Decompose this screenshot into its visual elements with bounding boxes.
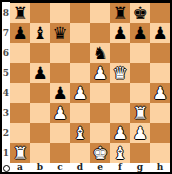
square-d1[interactable] xyxy=(70,143,90,163)
square-f5[interactable]: ♛ xyxy=(110,63,130,83)
square-d7[interactable] xyxy=(70,23,90,43)
square-g6[interactable] xyxy=(130,43,150,63)
file-label-e: e xyxy=(90,163,110,172)
file-labels: abcdefgh xyxy=(10,163,170,172)
square-c1[interactable] xyxy=(50,143,70,163)
piece-white-pawn[interactable]: ♟ xyxy=(92,63,107,83)
square-g7[interactable]: ♟ xyxy=(130,23,150,43)
square-c7[interactable]: ♛ xyxy=(50,23,70,43)
square-a6[interactable] xyxy=(10,43,30,63)
square-b4[interactable] xyxy=(30,83,50,103)
piece-white-rook[interactable]: ♜ xyxy=(12,143,27,163)
square-g5[interactable] xyxy=(130,63,150,83)
square-e1[interactable]: ♚ xyxy=(90,143,110,163)
square-g8[interactable]: ♚ xyxy=(130,3,150,23)
rank-label-1: 1 xyxy=(2,143,10,163)
square-d6[interactable] xyxy=(70,43,90,63)
square-f2[interactable]: ♟ xyxy=(110,123,130,143)
square-h5[interactable] xyxy=(150,63,170,83)
square-b3[interactable] xyxy=(30,103,50,123)
piece-white-pawn[interactable]: ♟ xyxy=(152,83,167,103)
piece-black-king[interactable]: ♚ xyxy=(132,3,147,23)
square-e8[interactable] xyxy=(90,3,110,23)
square-b5[interactable]: ♟ xyxy=(30,63,50,83)
rank-label-4: 4 xyxy=(2,83,10,103)
piece-black-pawn[interactable]: ♟ xyxy=(52,83,67,103)
rank-label-3: 3 xyxy=(2,103,10,123)
square-f6[interactable] xyxy=(110,43,130,63)
piece-white-queen[interactable]: ♛ xyxy=(112,63,127,83)
square-g1[interactable] xyxy=(130,143,150,163)
piece-white-king[interactable]: ♚ xyxy=(92,143,107,163)
piece-white-pawn[interactable]: ♟ xyxy=(52,103,67,123)
square-e3[interactable] xyxy=(90,103,110,123)
file-label-a: a xyxy=(10,163,30,172)
square-f4[interactable] xyxy=(110,83,130,103)
square-d8[interactable] xyxy=(70,3,90,23)
rank-label-6: 6 xyxy=(2,43,10,63)
square-b1[interactable] xyxy=(30,143,50,163)
square-b2[interactable] xyxy=(30,123,50,143)
square-h8[interactable] xyxy=(150,3,170,23)
piece-black-pawn[interactable]: ♟ xyxy=(12,23,27,43)
square-b7[interactable]: ♝ xyxy=(30,23,50,43)
file-label-g: g xyxy=(130,163,150,172)
square-h6[interactable] xyxy=(150,43,170,63)
square-d3[interactable] xyxy=(70,103,90,123)
file-label-h: h xyxy=(150,163,170,172)
square-c3[interactable]: ♟ xyxy=(50,103,70,123)
square-f7[interactable]: ♟ xyxy=(110,23,130,43)
square-c8[interactable] xyxy=(50,3,70,23)
square-c2[interactable] xyxy=(50,123,70,143)
square-a5[interactable] xyxy=(10,63,30,83)
piece-white-pawn[interactable]: ♟ xyxy=(72,83,87,103)
rank-label-7: 7 xyxy=(2,23,10,43)
file-label-f: f xyxy=(110,163,130,172)
square-g2[interactable]: ♟ xyxy=(130,123,150,143)
square-a1[interactable]: ♜ xyxy=(10,143,30,163)
square-d2[interactable]: ♝ xyxy=(70,123,90,143)
file-label-d: d xyxy=(70,163,90,172)
rank-label-2: 2 xyxy=(2,123,10,143)
rank-label-5: 5 xyxy=(2,63,10,83)
square-b6[interactable] xyxy=(30,43,50,63)
file-label-b: b xyxy=(30,163,50,172)
square-g3[interactable]: ♜ xyxy=(130,103,150,123)
square-g4[interactable] xyxy=(130,83,150,103)
square-a2[interactable] xyxy=(10,123,30,143)
white-to-move-indicator xyxy=(3,165,10,172)
piece-black-queen[interactable]: ♛ xyxy=(52,23,67,43)
file-label-strip: abcdefgh xyxy=(2,163,170,172)
square-d4[interactable]: ♟ xyxy=(70,83,90,103)
square-f3[interactable] xyxy=(110,103,130,123)
piece-black-pawn[interactable]: ♟ xyxy=(152,23,167,43)
rank-label-8: 8 xyxy=(2,3,10,23)
piece-black-knight[interactable]: ♞ xyxy=(92,43,107,63)
chess-board: ♜♜♚♟♝♛♟♟♟♞♟♟♛♟♟♟♟♜♝♟♟♜♚♝ xyxy=(10,3,170,163)
square-c6[interactable] xyxy=(50,43,70,63)
square-h4[interactable]: ♟ xyxy=(150,83,170,103)
square-e4[interactable] xyxy=(90,83,110,103)
piece-white-rook[interactable]: ♜ xyxy=(132,103,147,123)
square-c4[interactable]: ♟ xyxy=(50,83,70,103)
piece-black-pawn[interactable]: ♟ xyxy=(32,63,47,83)
square-a7[interactable]: ♟ xyxy=(10,23,30,43)
rank-labels: 87654321 xyxy=(2,2,10,163)
square-h2[interactable] xyxy=(150,123,170,143)
square-e5[interactable]: ♟ xyxy=(90,63,110,83)
square-f8[interactable]: ♜ xyxy=(110,3,130,23)
chess-diagram: 87654321 ♜♜♚♟♝♛♟♟♟♞♟♟♛♟♟♟♟♜♝♟♟♜♚♝ abcdef… xyxy=(0,0,172,174)
square-b8[interactable] xyxy=(30,3,50,23)
piece-black-pawn[interactable]: ♟ xyxy=(132,23,147,43)
file-label-c: c xyxy=(50,163,70,172)
piece-black-rook[interactable]: ♜ xyxy=(112,3,127,23)
piece-white-pawn[interactable]: ♟ xyxy=(132,123,147,143)
piece-black-pawn[interactable]: ♟ xyxy=(112,23,127,43)
square-d5[interactable] xyxy=(70,63,90,83)
square-c5[interactable] xyxy=(50,63,70,83)
piece-white-bishop[interactable]: ♝ xyxy=(112,143,127,163)
piece-white-bishop[interactable]: ♝ xyxy=(72,123,87,143)
piece-white-pawn[interactable]: ♟ xyxy=(112,123,127,143)
square-h1[interactable] xyxy=(150,143,170,163)
square-a4[interactable] xyxy=(10,83,30,103)
square-e6[interactable]: ♞ xyxy=(90,43,110,63)
square-e7[interactable] xyxy=(90,23,110,43)
square-h3[interactable] xyxy=(150,103,170,123)
piece-black-rook[interactable]: ♜ xyxy=(12,3,27,23)
piece-black-bishop[interactable]: ♝ xyxy=(32,23,47,43)
square-f1[interactable]: ♝ xyxy=(110,143,130,163)
square-e2[interactable] xyxy=(90,123,110,143)
square-h7[interactable]: ♟ xyxy=(150,23,170,43)
square-a8[interactable]: ♜ xyxy=(10,3,30,23)
square-a3[interactable] xyxy=(10,103,30,123)
